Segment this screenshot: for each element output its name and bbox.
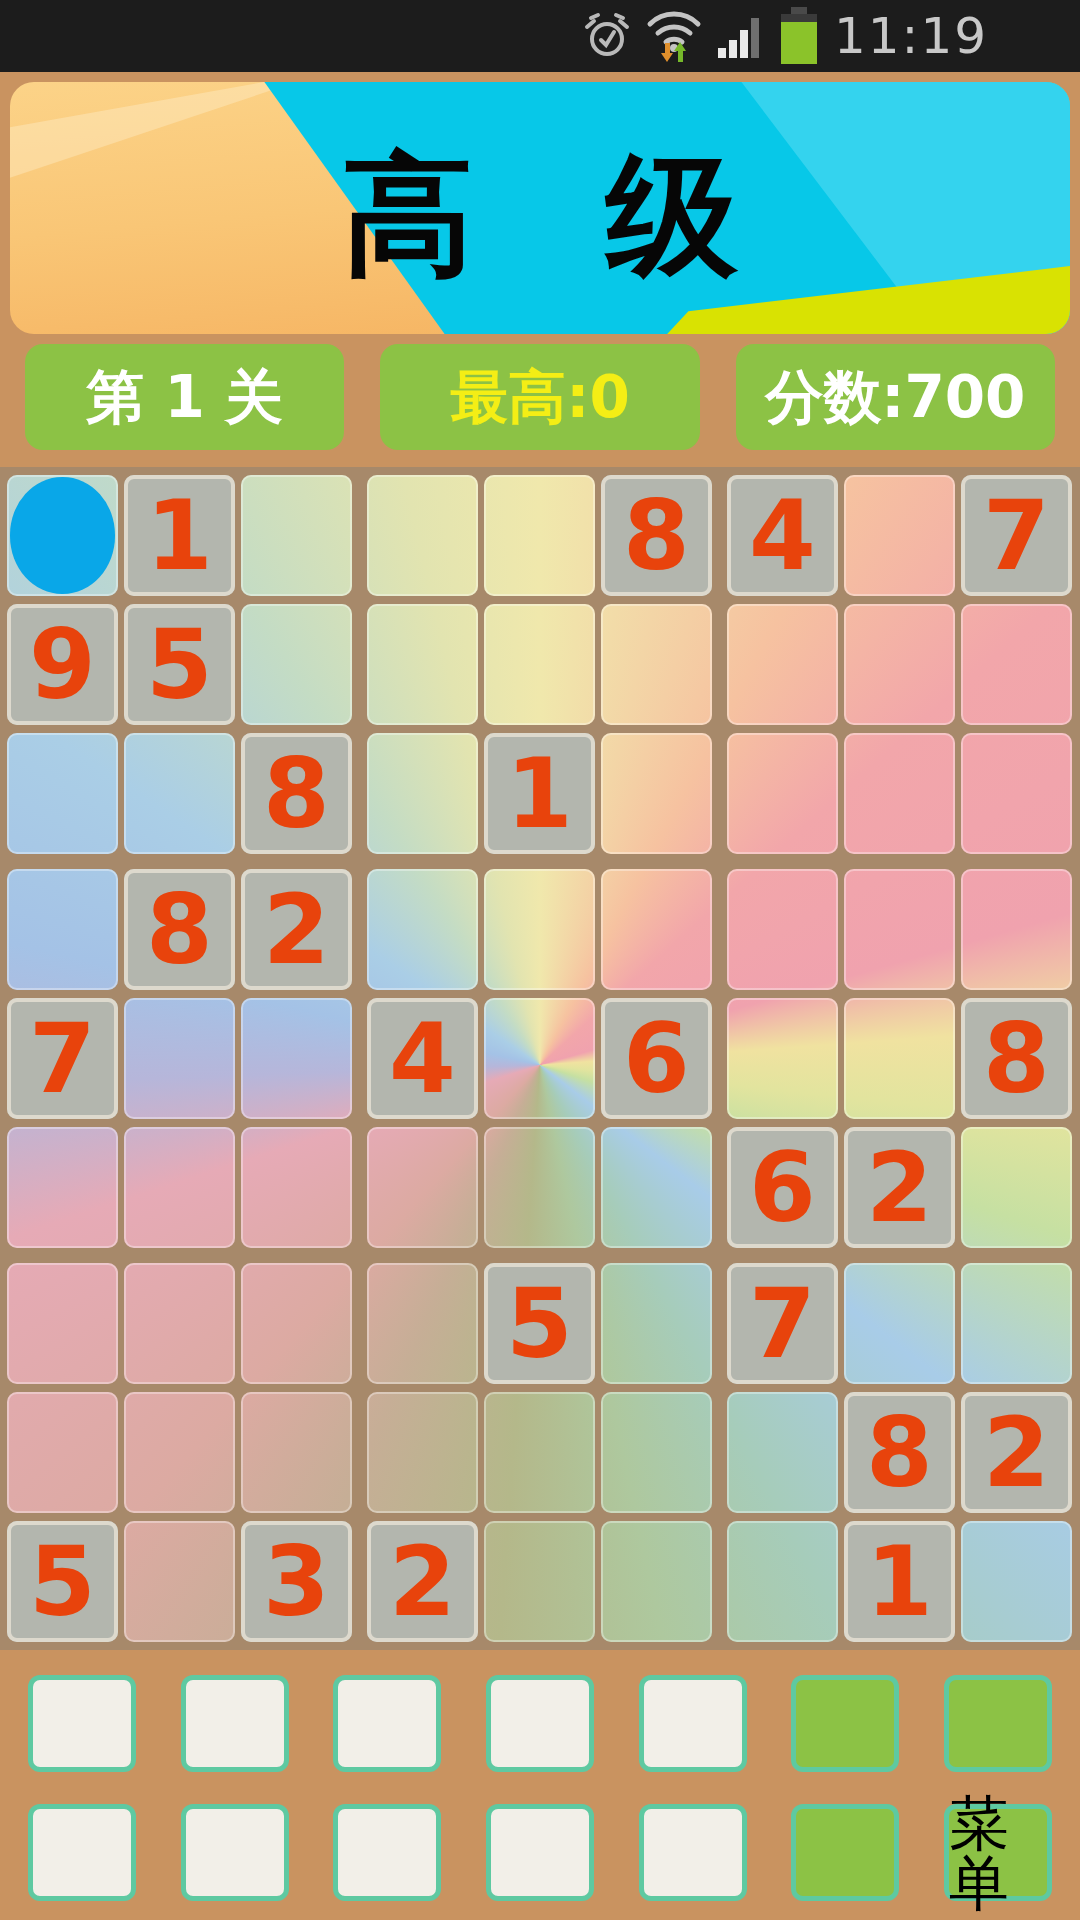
cell-r1c9[interactable]: 7 [961, 475, 1072, 596]
cell-r2c1[interactable]: 9 [7, 604, 118, 725]
cell-r1c4[interactable] [367, 475, 478, 596]
cell-r5c1[interactable]: 7 [7, 998, 118, 1119]
keypad-key-1-3[interactable] [333, 1675, 441, 1772]
cell-r2c4[interactable] [367, 604, 478, 725]
status-time: 11:19 [834, 11, 988, 61]
box-1: 1958 [7, 475, 352, 854]
cell-r1c6[interactable]: 8 [601, 475, 712, 596]
cell-r6c9[interactable] [961, 1127, 1072, 1248]
cell-r3c1[interactable] [7, 733, 118, 854]
cell-r7c8[interactable] [844, 1263, 955, 1384]
cell-r1c5[interactable] [484, 475, 595, 596]
info-bar: 第 1 关 最高:0 分数:700 [25, 344, 1055, 450]
cell-r2c8[interactable] [844, 604, 955, 725]
cell-r3c7[interactable] [727, 733, 838, 854]
keypad-row-2: 菜单 [28, 1804, 1052, 1901]
keypad-key-2-1[interactable] [28, 1804, 136, 1901]
cell-r4c9[interactable] [961, 869, 1072, 990]
box-6: 862 [727, 869, 1072, 1248]
cell-r7c6[interactable] [601, 1263, 712, 1384]
cell-r5c5[interactable] [484, 998, 595, 1119]
cell-r4c4[interactable] [367, 869, 478, 990]
cell-r1c2[interactable]: 1 [124, 475, 235, 596]
cell-r8c7[interactable] [727, 1392, 838, 1513]
box-3: 47 [727, 475, 1072, 854]
cell-r3c6[interactable] [601, 733, 712, 854]
cell-r3c4[interactable] [367, 733, 478, 854]
level-chip: 第 1 关 [25, 344, 344, 450]
cell-r3c5[interactable]: 1 [484, 733, 595, 854]
cell-r9c7[interactable] [727, 1521, 838, 1642]
cell-r5c9[interactable]: 8 [961, 998, 1072, 1119]
cell-r9c9[interactable] [961, 1521, 1072, 1642]
menu-button[interactable]: 菜单 [944, 1804, 1052, 1901]
keypad-key-1-6[interactable] [791, 1675, 899, 1772]
box-8: 52 [367, 1263, 712, 1642]
cell-r4c7[interactable] [727, 869, 838, 990]
cell-r6c5[interactable] [484, 1127, 595, 1248]
cell-r8c1[interactable] [7, 1392, 118, 1513]
cell-r2c2[interactable]: 5 [124, 604, 235, 725]
selection-circle [10, 477, 114, 593]
cell-r7c4[interactable] [367, 1263, 478, 1384]
cell-r7c7[interactable]: 7 [727, 1263, 838, 1384]
cell-r3c9[interactable] [961, 733, 1072, 854]
cell-r2c9[interactable] [961, 604, 1072, 725]
cell-r6c7[interactable]: 6 [727, 1127, 838, 1248]
cell-r8c4[interactable] [367, 1392, 478, 1513]
cell-r7c9[interactable] [961, 1263, 1072, 1384]
cell-r6c4[interactable] [367, 1127, 478, 1248]
cell-r3c8[interactable] [844, 733, 955, 854]
battery-icon [780, 7, 818, 65]
cell-r6c8[interactable]: 2 [844, 1127, 955, 1248]
cell-r9c6[interactable] [601, 1521, 712, 1642]
cell-r3c3[interactable]: 8 [241, 733, 352, 854]
cell-r4c8[interactable] [844, 869, 955, 990]
cell-r8c9[interactable]: 2 [961, 1392, 1072, 1513]
cell-r8c2[interactable] [124, 1392, 235, 1513]
cell-r1c8[interactable] [844, 475, 955, 596]
screen: { "game": "sudoku", "status_bar": { "tim… [0, 0, 1080, 1920]
cell-r5c7[interactable] [727, 998, 838, 1119]
sudoku-board: 195881478274686253527821 [0, 467, 1080, 1650]
page-title: 高 级 [10, 82, 1070, 334]
cell-r9c5[interactable] [484, 1521, 595, 1642]
status-bar: 11:19 [0, 0, 1080, 72]
cell-r2c3[interactable] [241, 604, 352, 725]
cell-r4c5[interactable] [484, 869, 595, 990]
cell-r1c1[interactable] [7, 475, 118, 596]
box-7: 53 [7, 1263, 352, 1642]
cell-r3c2[interactable] [124, 733, 235, 854]
cell-r8c3[interactable] [241, 1392, 352, 1513]
title-banner: 高 级 [10, 82, 1070, 334]
cell-r6c6[interactable] [601, 1127, 712, 1248]
box-4: 827 [7, 869, 352, 1248]
cell-r2c7[interactable] [727, 604, 838, 725]
alarm-icon [584, 12, 630, 60]
keypad-key-1-2[interactable] [181, 1675, 289, 1772]
cell-r5c4[interactable]: 4 [367, 998, 478, 1119]
cell-r4c6[interactable] [601, 869, 712, 990]
keypad-key-1-7[interactable] [944, 1675, 1052, 1772]
score-chip: 分数:700 [736, 344, 1055, 450]
keypad-key-2-6[interactable] [791, 1804, 899, 1901]
cell-r2c6[interactable] [601, 604, 712, 725]
keypad-key-1-5[interactable] [639, 1675, 747, 1772]
cell-r9c8[interactable]: 1 [844, 1521, 955, 1642]
cell-r7c3[interactable] [241, 1263, 352, 1384]
cell-r9c4[interactable]: 2 [367, 1521, 478, 1642]
cell-r8c8[interactable]: 8 [844, 1392, 955, 1513]
box-5: 46 [367, 869, 712, 1248]
cell-r5c6[interactable]: 6 [601, 998, 712, 1119]
cell-r8c6[interactable] [601, 1392, 712, 1513]
wifi-transfer-icon [646, 10, 702, 62]
cell-r7c2[interactable] [124, 1263, 235, 1384]
keypad: 菜单 [0, 1675, 1080, 1901]
cell-r7c1[interactable] [7, 1263, 118, 1384]
cell-r5c2[interactable] [124, 998, 235, 1119]
keypad-key-2-2[interactable] [181, 1804, 289, 1901]
signal-strength-icon [718, 14, 764, 58]
keypad-key-2-3[interactable] [333, 1804, 441, 1901]
cell-r9c2[interactable] [124, 1521, 235, 1642]
cell-r5c3[interactable] [241, 998, 352, 1119]
best-score-chip: 最高:0 [380, 344, 699, 450]
cell-r6c3[interactable] [241, 1127, 352, 1248]
cell-r2c5[interactable] [484, 604, 595, 725]
cell-r1c3[interactable] [241, 475, 352, 596]
cell-r4c1[interactable] [7, 869, 118, 990]
keypad-key-2-4[interactable] [486, 1804, 594, 1901]
keypad-key-1-4[interactable] [486, 1675, 594, 1772]
cell-r9c3[interactable]: 3 [241, 1521, 352, 1642]
box-9: 7821 [727, 1263, 1072, 1642]
cell-r4c3[interactable]: 2 [241, 869, 352, 990]
cell-r1c7[interactable]: 4 [727, 475, 838, 596]
cell-r6c1[interactable] [7, 1127, 118, 1248]
keypad-row-1 [28, 1675, 1052, 1772]
cell-r9c1[interactable]: 5 [7, 1521, 118, 1642]
cell-r4c2[interactable]: 8 [124, 869, 235, 990]
cell-r6c2[interactable] [124, 1127, 235, 1248]
keypad-key-2-5[interactable] [639, 1804, 747, 1901]
box-2: 81 [367, 475, 712, 854]
cell-r5c8[interactable] [844, 998, 955, 1119]
cell-r7c5[interactable]: 5 [484, 1263, 595, 1384]
keypad-key-1-1[interactable] [28, 1675, 136, 1772]
cell-r8c5[interactable] [484, 1392, 595, 1513]
